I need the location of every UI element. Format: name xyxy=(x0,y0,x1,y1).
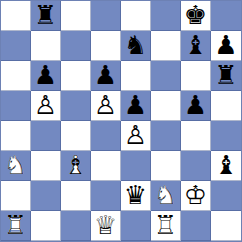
square-c2[interactable] xyxy=(61,181,91,211)
square-g3[interactable] xyxy=(181,151,211,181)
square-d8[interactable] xyxy=(91,1,121,31)
square-h7[interactable]: ♟ xyxy=(211,31,241,61)
glyph-white-outline-pawn: ♙ xyxy=(121,121,150,150)
square-b3[interactable] xyxy=(31,151,61,181)
piece-black-rook-icon[interactable]: ♜ xyxy=(31,1,60,30)
piece-black-knight-icon[interactable]: ♞ xyxy=(121,31,150,60)
square-h8[interactable] xyxy=(211,1,241,31)
glyph-black-bishop: ♝ xyxy=(211,151,241,180)
piece-white-pawn-icon[interactable]: ♟♙ xyxy=(121,121,150,150)
square-b7[interactable] xyxy=(31,31,61,61)
square-f4[interactable] xyxy=(151,121,181,151)
piece-white-rook-icon[interactable]: ♜♖ xyxy=(151,211,180,240)
square-c8[interactable] xyxy=(61,1,91,31)
glyph-black-king: ♚ xyxy=(181,1,210,30)
square-h3[interactable]: ♝ xyxy=(211,151,241,181)
square-h4[interactable] xyxy=(211,121,241,151)
chess-board-container: ♜♚♞♝♟♟♟♜♟♙♟♙♟♟♟♙♞♘♝♗♝♛♞♘♚♔♜♖♛♕♜♖ xyxy=(0,0,242,242)
square-h6[interactable]: ♜ xyxy=(211,61,241,91)
chess-board: ♜♚♞♝♟♟♟♜♟♙♟♙♟♟♟♙♞♘♝♗♝♛♞♘♚♔♜♖♛♕♜♖ xyxy=(0,0,242,242)
glyph-black-pawn: ♟ xyxy=(31,61,60,90)
square-d5[interactable]: ♟♙ xyxy=(91,91,121,121)
glyph-white-outline-pawn: ♙ xyxy=(91,91,120,120)
square-g1[interactable] xyxy=(181,211,211,241)
square-e7[interactable]: ♞ xyxy=(121,31,151,61)
glyph-white-outline-rook: ♖ xyxy=(151,211,180,240)
square-d3[interactable] xyxy=(91,151,121,181)
square-h2[interactable] xyxy=(211,181,241,211)
piece-white-bishop-icon[interactable]: ♝♗ xyxy=(61,151,90,180)
square-a6[interactable] xyxy=(1,61,31,91)
square-f3[interactable] xyxy=(151,151,181,181)
glyph-black-pawn: ♟ xyxy=(211,31,241,60)
piece-white-king-icon[interactable]: ♚♔ xyxy=(181,181,210,210)
square-a5[interactable] xyxy=(1,91,31,121)
piece-white-pawn-icon[interactable]: ♟♙ xyxy=(91,91,120,120)
glyph-white-outline-knight: ♘ xyxy=(1,151,30,180)
square-g2[interactable]: ♚♔ xyxy=(181,181,211,211)
piece-black-pawn-icon[interactable]: ♟ xyxy=(31,61,60,90)
glyph-white-outline-knight: ♘ xyxy=(151,181,180,210)
square-b6[interactable]: ♟ xyxy=(31,61,61,91)
piece-white-knight-icon[interactable]: ♞♘ xyxy=(151,181,180,210)
square-e1[interactable] xyxy=(121,211,151,241)
square-e8[interactable] xyxy=(121,1,151,31)
glyph-black-pawn: ♟ xyxy=(181,91,210,120)
glyph-black-pawn: ♟ xyxy=(91,61,120,90)
square-d4[interactable] xyxy=(91,121,121,151)
square-c7[interactable] xyxy=(61,31,91,61)
square-f6[interactable] xyxy=(151,61,181,91)
square-f1[interactable]: ♜♖ xyxy=(151,211,181,241)
square-d7[interactable] xyxy=(91,31,121,61)
piece-white-rook-icon[interactable]: ♜♖ xyxy=(1,211,30,240)
piece-black-pawn-icon[interactable]: ♟ xyxy=(181,91,210,120)
square-g5[interactable]: ♟ xyxy=(181,91,211,121)
glyph-black-knight: ♞ xyxy=(121,31,150,60)
square-g4[interactable] xyxy=(181,121,211,151)
square-b1[interactable] xyxy=(31,211,61,241)
square-b5[interactable]: ♟♙ xyxy=(31,91,61,121)
glyph-black-rook: ♜ xyxy=(31,1,60,30)
piece-black-bishop-icon[interactable]: ♝ xyxy=(181,31,210,60)
square-f7[interactable] xyxy=(151,31,181,61)
glyph-black-pawn: ♟ xyxy=(121,91,150,120)
square-a3[interactable]: ♞♘ xyxy=(1,151,31,181)
square-d6[interactable]: ♟ xyxy=(91,61,121,91)
piece-white-knight-icon[interactable]: ♞♘ xyxy=(1,151,30,180)
piece-white-queen-icon[interactable]: ♛♕ xyxy=(91,211,120,240)
glyph-white-outline-bishop: ♗ xyxy=(61,151,90,180)
square-c3[interactable]: ♝♗ xyxy=(61,151,91,181)
square-g7[interactable]: ♝ xyxy=(181,31,211,61)
square-f5[interactable] xyxy=(151,91,181,121)
square-f2[interactable]: ♞♘ xyxy=(151,181,181,211)
square-a7[interactable] xyxy=(1,31,31,61)
square-d1[interactable]: ♛♕ xyxy=(91,211,121,241)
square-e5[interactable]: ♟ xyxy=(121,91,151,121)
piece-black-pawn-icon[interactable]: ♟ xyxy=(91,61,120,90)
square-h1[interactable] xyxy=(211,211,241,241)
glyph-black-queen: ♛ xyxy=(121,181,150,210)
square-c5[interactable] xyxy=(61,91,91,121)
square-a8[interactable] xyxy=(1,1,31,31)
square-b2[interactable] xyxy=(31,181,61,211)
square-c6[interactable] xyxy=(61,61,91,91)
glyph-white-outline-rook: ♖ xyxy=(1,211,30,240)
glyph-white-outline-king: ♔ xyxy=(181,181,210,210)
square-c4[interactable] xyxy=(61,121,91,151)
piece-white-pawn-icon[interactable]: ♟♙ xyxy=(31,91,60,120)
square-b4[interactable] xyxy=(31,121,61,151)
piece-black-bishop-icon[interactable]: ♝ xyxy=(211,151,241,180)
piece-black-queen-icon[interactable]: ♛ xyxy=(121,181,150,210)
square-e4[interactable]: ♟♙ xyxy=(121,121,151,151)
piece-black-king-icon[interactable]: ♚ xyxy=(181,1,210,30)
piece-black-rook-icon[interactable]: ♜ xyxy=(211,61,241,90)
square-g8[interactable]: ♚ xyxy=(181,1,211,31)
square-h5[interactable] xyxy=(211,91,241,121)
square-c1[interactable] xyxy=(61,211,91,241)
square-e2[interactable]: ♛ xyxy=(121,181,151,211)
square-a4[interactable] xyxy=(1,121,31,151)
square-f8[interactable] xyxy=(151,1,181,31)
square-a2[interactable] xyxy=(1,181,31,211)
square-b8[interactable]: ♜ xyxy=(31,1,61,31)
glyph-white-outline-queen: ♕ xyxy=(91,211,120,240)
piece-black-pawn-icon[interactable]: ♟ xyxy=(121,91,150,120)
square-e6[interactable] xyxy=(121,61,151,91)
glyph-white-outline-pawn: ♙ xyxy=(31,91,60,120)
square-a1[interactable]: ♜♖ xyxy=(1,211,31,241)
square-g6[interactable] xyxy=(181,61,211,91)
glyph-black-rook: ♜ xyxy=(211,61,241,90)
glyph-black-bishop: ♝ xyxy=(181,31,210,60)
square-e3[interactable] xyxy=(121,151,151,181)
square-d2[interactable] xyxy=(91,181,121,211)
piece-black-pawn-icon[interactable]: ♟ xyxy=(211,31,241,60)
